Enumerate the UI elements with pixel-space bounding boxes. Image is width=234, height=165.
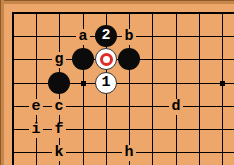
point-label-k: k	[52, 145, 66, 161]
white-stone: 1	[95, 72, 117, 94]
grid-line-vertical	[36, 12, 37, 165]
stone-move-number: 1	[101, 72, 110, 94]
go-board-diagram: abgecdifkh21	[0, 0, 234, 165]
point-label-b: b	[122, 29, 136, 45]
board-frame-left	[0, 0, 4, 165]
star-point	[220, 81, 225, 86]
grid-line-vertical	[199, 12, 200, 165]
black-stone	[48, 72, 70, 94]
point-label-f: f	[52, 122, 66, 138]
grid-line-horizontal	[12, 129, 234, 130]
black-stone: 2	[95, 25, 117, 47]
point-label-h: h	[122, 145, 136, 161]
grid-line-vertical	[222, 12, 223, 165]
red-circle-marker-icon	[100, 53, 113, 66]
stone-move-number: 2	[101, 25, 110, 47]
black-stone	[118, 48, 140, 70]
white-stone	[95, 48, 117, 70]
board-frame-top	[0, 0, 234, 4]
point-label-d: d	[169, 99, 183, 115]
grid-line-horizontal	[12, 106, 234, 107]
grid-line-vertical	[152, 12, 153, 165]
point-label-c: c	[52, 99, 66, 115]
grid-line-vertical	[12, 12, 14, 165]
star-point	[81, 81, 86, 86]
point-label-a: a	[76, 29, 90, 45]
grid-line-vertical	[176, 12, 177, 165]
point-label-e: e	[29, 99, 43, 115]
black-stone	[72, 48, 94, 70]
grid-line-horizontal	[12, 83, 234, 84]
point-label-i: i	[29, 122, 43, 138]
grid-line-horizontal	[12, 12, 234, 14]
point-label-g: g	[52, 52, 66, 68]
